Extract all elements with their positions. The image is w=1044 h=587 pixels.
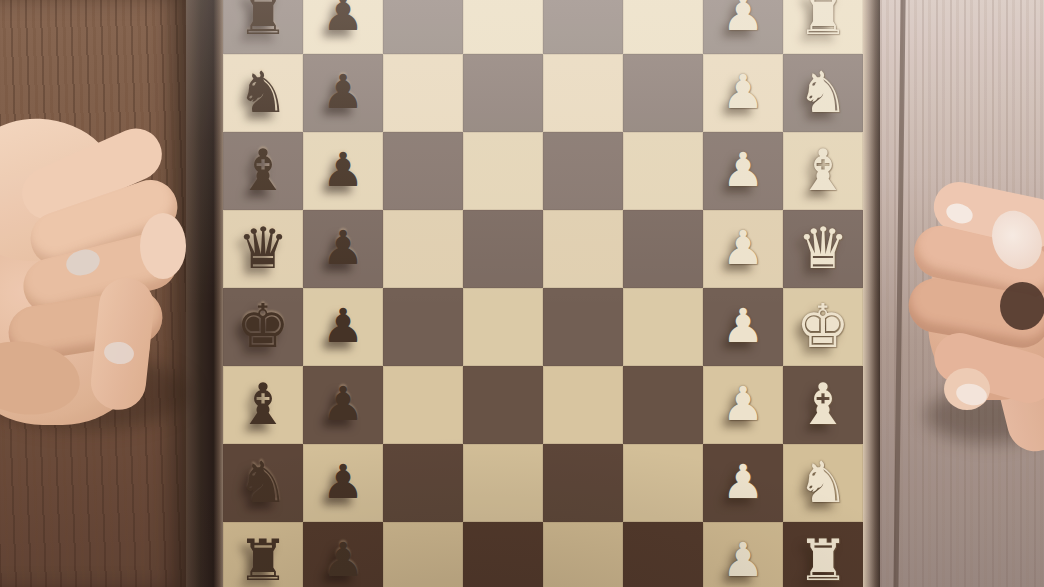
square-b8[interactable]: ♞ (223, 54, 303, 132)
photo-chess-scene: ♜♟♟♜♞♟♟♞♝♟♟♝♛♟♟♛♚♟♟♚♝♟♟♝♞♟♟♞♜♟♟♜ (0, 0, 1044, 587)
square-h6[interactable] (383, 522, 463, 587)
square-c6[interactable] (383, 132, 463, 210)
piece-black-pawn[interactable]: ♟ (303, 132, 383, 210)
chess-board: ♜♟♟♜♞♟♟♞♝♟♟♝♛♟♟♛♚♟♟♚♝♟♟♝♞♟♟♞♜♟♟♜ (186, 0, 880, 587)
piece-black-pawn[interactable]: ♟ (303, 0, 383, 54)
square-a8[interactable]: ♜ (223, 0, 303, 54)
square-h4[interactable] (543, 522, 623, 587)
wooden-table-left (0, 0, 186, 587)
wooden-table-right (880, 0, 1044, 587)
piece-black-bishop[interactable]: ♝ (223, 366, 303, 444)
piece-black-pawn[interactable]: ♟ (303, 54, 383, 132)
piece-white-pawn[interactable]: ♟ (703, 522, 783, 587)
square-h3[interactable] (623, 522, 703, 587)
piece-black-bishop[interactable]: ♝ (223, 132, 303, 210)
board-frame-right (863, 0, 880, 587)
piece-black-rook[interactable]: ♜ (223, 0, 303, 54)
square-b4[interactable] (543, 54, 623, 132)
square-c7[interactable]: ♟ (303, 132, 383, 210)
square-c5[interactable] (463, 132, 543, 210)
square-e8[interactable]: ♚ (223, 288, 303, 366)
square-b7[interactable]: ♟ (303, 54, 383, 132)
piece-white-rook[interactable]: ♜ (783, 522, 863, 587)
square-h7[interactable]: ♟ (303, 522, 383, 587)
piece-white-rook[interactable]: ♜ (783, 0, 863, 54)
piece-white-pawn[interactable]: ♟ (703, 288, 783, 366)
square-e4[interactable] (543, 288, 623, 366)
square-g5[interactable] (463, 444, 543, 522)
piece-black-queen[interactable]: ♛ (223, 210, 303, 288)
square-g2[interactable]: ♟ (703, 444, 783, 522)
board-frame-left (186, 0, 223, 587)
piece-white-king[interactable]: ♚ (783, 288, 863, 366)
square-h8[interactable]: ♜ (223, 522, 303, 587)
square-g4[interactable] (543, 444, 623, 522)
square-f7[interactable]: ♟ (303, 366, 383, 444)
square-d1[interactable]: ♛ (783, 210, 863, 288)
piece-white-pawn[interactable]: ♟ (703, 54, 783, 132)
square-d7[interactable]: ♟ (303, 210, 383, 288)
piece-white-pawn[interactable]: ♟ (703, 366, 783, 444)
square-b3[interactable] (623, 54, 703, 132)
square-c2[interactable]: ♟ (703, 132, 783, 210)
square-a5[interactable] (463, 0, 543, 54)
square-h2[interactable]: ♟ (703, 522, 783, 587)
square-a6[interactable] (383, 0, 463, 54)
piece-black-knight[interactable]: ♞ (223, 444, 303, 522)
square-f2[interactable]: ♟ (703, 366, 783, 444)
square-a3[interactable] (623, 0, 703, 54)
square-d6[interactable] (383, 210, 463, 288)
square-b2[interactable]: ♟ (703, 54, 783, 132)
piece-white-pawn[interactable]: ♟ (703, 0, 783, 54)
piece-white-pawn[interactable]: ♟ (703, 132, 783, 210)
square-a1[interactable]: ♜ (783, 0, 863, 54)
square-b5[interactable] (463, 54, 543, 132)
square-b1[interactable]: ♞ (783, 54, 863, 132)
square-d5[interactable] (463, 210, 543, 288)
piece-white-queen[interactable]: ♛ (783, 210, 863, 288)
square-f8[interactable]: ♝ (223, 366, 303, 444)
square-e1[interactable]: ♚ (783, 288, 863, 366)
square-d8[interactable]: ♛ (223, 210, 303, 288)
table-plank-seam (893, 0, 905, 587)
piece-black-pawn[interactable]: ♟ (303, 210, 383, 288)
square-d2[interactable]: ♟ (703, 210, 783, 288)
board-grid: ♜♟♟♜♞♟♟♞♝♟♟♝♛♟♟♛♚♟♟♚♝♟♟♝♞♟♟♞♜♟♟♜ (223, 0, 863, 587)
square-f1[interactable]: ♝ (783, 366, 863, 444)
square-g6[interactable] (383, 444, 463, 522)
piece-white-knight[interactable]: ♞ (783, 54, 863, 132)
square-e6[interactable] (383, 288, 463, 366)
piece-white-knight[interactable]: ♞ (783, 444, 863, 522)
square-g3[interactable] (623, 444, 703, 522)
square-f6[interactable] (383, 366, 463, 444)
piece-white-pawn[interactable]: ♟ (703, 210, 783, 288)
piece-black-pawn[interactable]: ♟ (303, 444, 383, 522)
square-e2[interactable]: ♟ (703, 288, 783, 366)
square-f3[interactable] (623, 366, 703, 444)
square-e7[interactable]: ♟ (303, 288, 383, 366)
piece-black-pawn[interactable]: ♟ (303, 522, 383, 587)
square-d4[interactable] (543, 210, 623, 288)
square-a7[interactable]: ♟ (303, 0, 383, 54)
square-h5[interactable] (463, 522, 543, 587)
square-f5[interactable] (463, 366, 543, 444)
square-c1[interactable]: ♝ (783, 132, 863, 210)
square-a4[interactable] (543, 0, 623, 54)
piece-white-bishop[interactable]: ♝ (783, 132, 863, 210)
square-b6[interactable] (383, 54, 463, 132)
square-a2[interactable]: ♟ (703, 0, 783, 54)
square-c4[interactable] (543, 132, 623, 210)
square-f4[interactable] (543, 366, 623, 444)
square-g8[interactable]: ♞ (223, 444, 303, 522)
square-d3[interactable] (623, 210, 703, 288)
square-c3[interactable] (623, 132, 703, 210)
piece-black-pawn[interactable]: ♟ (303, 366, 383, 444)
piece-black-pawn[interactable]: ♟ (303, 288, 383, 366)
piece-white-bishop[interactable]: ♝ (783, 366, 863, 444)
piece-white-pawn[interactable]: ♟ (703, 444, 783, 522)
square-g7[interactable]: ♟ (303, 444, 383, 522)
square-h1[interactable]: ♜ (783, 522, 863, 587)
square-c8[interactable]: ♝ (223, 132, 303, 210)
square-e3[interactable] (623, 288, 703, 366)
piece-black-knight[interactable]: ♞ (223, 54, 303, 132)
square-e5[interactable] (463, 288, 543, 366)
piece-black-king[interactable]: ♚ (223, 288, 303, 366)
square-g1[interactable]: ♞ (783, 444, 863, 522)
piece-black-rook[interactable]: ♜ (223, 522, 303, 587)
